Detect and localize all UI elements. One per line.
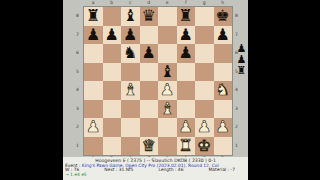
square-a7[interactable]: ♟ [84,26,103,45]
square-a1[interactable] [84,137,103,156]
square-d3[interactable] [140,100,159,119]
chess-gui-panel: abcdefgh abcdefgh 87654321 87654321 ♜♝♛♜… [63,0,248,180]
piece-white-bishop[interactable]: ♝ [121,81,140,100]
square-b7[interactable]: ♟ [103,26,122,45]
square-d5[interactable] [140,63,159,82]
square-f4[interactable] [177,81,196,100]
piece-black-queen[interactable]: ♛ [140,7,159,26]
square-b5[interactable] [103,63,122,82]
square-g2[interactable]: ♟ [195,118,214,137]
square-e8[interactable] [158,7,177,26]
piece-white-rook[interactable]: ♜ [177,137,196,156]
square-c3[interactable] [121,100,140,119]
next-move: Next : 31.Nf5 [104,167,133,172]
piece-white-pawn[interactable]: ♟ [214,118,233,137]
square-c7[interactable]: ♟ [121,26,140,45]
square-a2[interactable]: ♟ [84,118,103,137]
material-balance: Material : -7 [208,167,235,172]
chess-board: ♜♝♛♜♚♟♟♟♟♟♞♟♟♝♝♟♞♝♟♟♟♟♛♜♚ [84,7,232,155]
square-f5[interactable] [177,63,196,82]
piece-black-pawn[interactable]: ♟ [121,26,140,45]
square-c8[interactable]: ♝ [121,7,140,26]
rank-label-6: 6 [74,44,81,63]
square-h3[interactable] [214,100,233,119]
piece-black-pawn[interactable]: ♟ [177,26,196,45]
file-labels-top: abcdefgh [84,0,232,6]
piece-black-knight[interactable]: ♞ [121,44,140,63]
square-d1[interactable]: ♛ [140,137,159,156]
piece-white-king[interactable]: ♚ [195,137,214,156]
square-d7[interactable] [140,26,159,45]
piece-black-pawn[interactable]: ♟ [140,44,159,63]
piece-white-pawn[interactable]: ♟ [158,81,177,100]
square-g5[interactable] [195,63,214,82]
piece-white-queen[interactable]: ♛ [140,137,159,156]
piece-black-pawn[interactable]: ♟ [214,26,233,45]
square-h2[interactable]: ♟ [214,118,233,137]
square-e1[interactable] [158,137,177,156]
piece-white-pawn[interactable]: ♟ [84,118,103,137]
square-b4[interactable] [103,81,122,100]
square-f6[interactable]: ♟ [177,44,196,63]
captured-pieces-tray: ♟♟♜ [234,43,249,76]
rank-labels-left: 87654321 [74,7,81,155]
rank-label-4: 4 [74,81,81,100]
square-f2[interactable]: ♟ [177,118,196,137]
piece-white-pawn[interactable]: ♟ [195,118,214,137]
square-f1[interactable]: ♜ [177,137,196,156]
rank-label-2: 2 [74,118,81,137]
piece-black-rook[interactable]: ♜ [84,7,103,26]
file-label-g: g [195,0,214,6]
rank-label-7: 7 [74,26,81,45]
square-a8[interactable]: ♜ [84,7,103,26]
square-a5[interactable] [84,63,103,82]
square-f8[interactable]: ♜ [177,7,196,26]
rank-label-3: 3 [233,100,240,119]
rank-label-3: 3 [74,100,81,119]
piece-black-rook[interactable]: ♜ [177,7,196,26]
square-h7[interactable]: ♟ [214,26,233,45]
square-c5[interactable] [121,63,140,82]
square-b1[interactable] [103,137,122,156]
square-h5[interactable] [214,63,233,82]
square-e7[interactable] [158,26,177,45]
piece-black-pawn[interactable]: ♟ [103,26,122,45]
square-g6[interactable] [195,44,214,63]
square-f3[interactable] [177,100,196,119]
rank-label-8: 8 [233,7,240,26]
square-c1[interactable] [121,137,140,156]
square-g8[interactable] [195,7,214,26]
opening-moves-line: → 1.e4 e5 [65,172,87,177]
square-c6[interactable]: ♞ [121,44,140,63]
square-e6[interactable] [158,44,177,63]
piece-black-pawn[interactable]: ♟ [177,44,196,63]
rank-label-1: 1 [233,137,240,156]
square-d6[interactable]: ♟ [140,44,159,63]
square-e3[interactable]: ♝ [158,100,177,119]
rank-labels-right: 87654321 [233,7,240,155]
square-c4[interactable]: ♝ [121,81,140,100]
square-b8[interactable] [103,7,122,26]
square-g1[interactable]: ♚ [195,137,214,156]
square-g4[interactable] [195,81,214,100]
rank-label-5: 5 [74,63,81,82]
square-b3[interactable] [103,100,122,119]
video-frame: abcdefgh abcdefgh 87654321 87654321 ♜♝♛♜… [0,0,320,180]
piece-white-knight[interactable]: ♞ [214,81,233,100]
square-g7[interactable] [195,26,214,45]
stats-line: W : 76 Next : 31.Nf5 Length : 46 Materia… [65,167,235,172]
game-info-footer: Hoogeveen E ( 2375 ) -- Slavutich DKOB (… [63,157,248,180]
square-h4[interactable]: ♞ [214,81,233,100]
file-label-e: e [158,0,177,6]
rank-label-8: 8 [74,7,81,26]
square-g3[interactable] [195,100,214,119]
piece-black-bishop[interactable]: ♝ [121,7,140,26]
piece-black-bishop[interactable]: ♝ [158,63,177,82]
square-a6[interactable] [84,44,103,63]
square-e4[interactable]: ♟ [158,81,177,100]
captured-piece-black-rook: ♜ [234,65,249,76]
square-d4[interactable] [140,81,159,100]
piece-white-pawn[interactable]: ♟ [177,118,196,137]
square-d2[interactable] [140,118,159,137]
square-h8[interactable]: ♚ [214,7,233,26]
square-b2[interactable] [103,118,122,137]
rank-label-1: 1 [74,137,81,156]
square-f7[interactable]: ♟ [177,26,196,45]
square-a3[interactable] [84,100,103,119]
square-h1[interactable] [214,137,233,156]
square-d8[interactable]: ♛ [140,7,159,26]
square-h6[interactable] [214,44,233,63]
piece-black-pawn[interactable]: ♟ [84,26,103,45]
square-e5[interactable]: ♝ [158,63,177,82]
square-e2[interactable] [158,118,177,137]
file-label-b: b [103,0,122,6]
piece-white-bishop[interactable]: ♝ [158,100,177,119]
square-a4[interactable] [84,81,103,100]
game-length: Length : 46 [158,167,183,172]
rank-label-4: 4 [233,81,240,100]
piece-black-king[interactable]: ♚ [214,7,233,26]
square-b6[interactable] [103,44,122,63]
square-c2[interactable] [121,118,140,137]
rank-label-2: 2 [233,118,240,137]
